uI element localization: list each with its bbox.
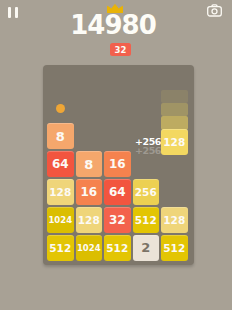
tile-256: 256: [133, 179, 160, 205]
falling-tile-trail: [161, 90, 188, 103]
game-screen: 14980 32 8648161281664256102412832512128…: [0, 0, 232, 310]
bonus-ball: [56, 104, 65, 113]
tile-128: 128: [161, 207, 188, 233]
tile-1024: 1024: [47, 207, 74, 233]
game-board[interactable]: 8648161281664256102412832512128512102451…: [43, 65, 194, 265]
tile-1024: 1024: [76, 235, 103, 261]
tile-512: 512: [47, 235, 74, 261]
tile-32: 32: [104, 207, 131, 233]
falling-tile-trail: [161, 103, 188, 116]
tile-512: 512: [104, 235, 131, 261]
tile-128: 128: [76, 207, 103, 233]
screenshot-button[interactable]: [207, 4, 222, 17]
tile-16: 16: [76, 179, 103, 205]
next-tile-badge: 32: [110, 43, 131, 56]
tile-512: 512: [161, 235, 188, 261]
score-value: 14980: [0, 12, 229, 38]
falling-tile-trail: [161, 116, 188, 130]
tile-64: 64: [104, 179, 131, 205]
camera-icon: [208, 5, 222, 16]
merge-score-popup-ghost: +256: [131, 146, 165, 156]
tile-2: 2: [133, 235, 160, 261]
tile-16: 16: [104, 151, 131, 177]
tile-64: 64: [47, 151, 74, 177]
tile-128: 128: [47, 179, 74, 205]
tile-512: 512: [133, 207, 160, 233]
next-tile-value: 32: [115, 45, 127, 55]
tile-8: 8: [76, 151, 103, 177]
tile-8: 8: [47, 123, 74, 149]
